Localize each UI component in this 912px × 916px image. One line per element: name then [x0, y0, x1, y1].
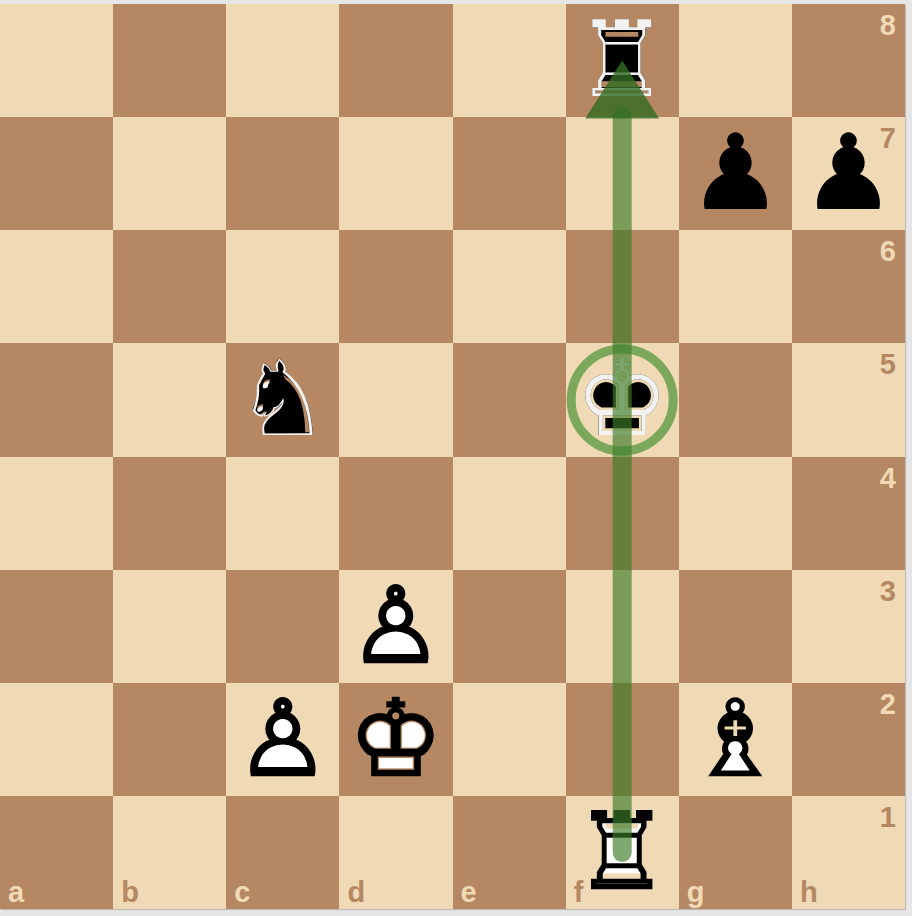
black-pawn-glyph: ♟ — [792, 117, 905, 230]
file-label-b: b — [121, 878, 139, 907]
file-label-g: g — [687, 878, 705, 907]
piece-detail: ♖ — [566, 4, 679, 117]
black-pawn[interactable]: ♟ — [792, 117, 905, 230]
square-c1[interactable]: c — [226, 796, 339, 909]
rank-label-5: 5 — [880, 350, 896, 379]
square-e1[interactable]: e — [453, 796, 566, 909]
square-g4[interactable] — [679, 457, 792, 570]
white-bishop[interactable]: ♝♗ — [679, 683, 792, 796]
board-frame: 8765432abcdefg1h ♜♖♟♟♞♘♚♔♟♙♟♙♚♔♝♗♜♖ — [0, 0, 912, 916]
square-a4[interactable] — [0, 457, 113, 570]
black-knight[interactable]: ♞♘ — [226, 343, 339, 456]
square-h3[interactable]: 3 — [792, 570, 905, 683]
black-pawn-glyph: ♟ — [679, 117, 792, 230]
square-e4[interactable] — [453, 457, 566, 570]
square-a1[interactable]: a — [0, 796, 113, 909]
piece-detail: ♔ — [566, 343, 679, 456]
piece-outline: ♙ — [226, 683, 339, 796]
square-e2[interactable] — [453, 683, 566, 796]
square-a3[interactable] — [0, 570, 113, 683]
square-h5[interactable]: 5 — [792, 343, 905, 456]
square-b6[interactable] — [113, 230, 226, 343]
square-c4[interactable] — [226, 457, 339, 570]
square-c7[interactable] — [226, 117, 339, 230]
rank-label-4: 4 — [880, 464, 896, 493]
file-label-c: c — [234, 878, 250, 907]
square-g6[interactable] — [679, 230, 792, 343]
square-h8[interactable]: 8 — [792, 4, 905, 117]
square-f6[interactable] — [566, 230, 679, 343]
rank-label-3: 3 — [880, 577, 896, 606]
black-pawn[interactable]: ♟ — [679, 117, 792, 230]
square-d5[interactable] — [339, 343, 452, 456]
square-d4[interactable] — [339, 457, 452, 570]
square-e6[interactable] — [453, 230, 566, 343]
piece-outline: ♖ — [566, 796, 679, 909]
square-a2[interactable] — [0, 683, 113, 796]
square-a5[interactable] — [0, 343, 113, 456]
rank-label-8: 8 — [880, 11, 896, 40]
white-rook[interactable]: ♜♖ — [566, 796, 679, 909]
square-b8[interactable] — [113, 4, 226, 117]
piece-outline: ♔ — [339, 683, 452, 796]
square-f2[interactable] — [566, 683, 679, 796]
square-a6[interactable] — [0, 230, 113, 343]
square-a7[interactable] — [0, 117, 113, 230]
square-h4[interactable]: 4 — [792, 457, 905, 570]
file-label-h: h — [800, 878, 818, 907]
square-e7[interactable] — [453, 117, 566, 230]
file-label-e: e — [461, 878, 477, 907]
square-e5[interactable] — [453, 343, 566, 456]
square-e3[interactable] — [453, 570, 566, 683]
square-g1[interactable]: g — [679, 796, 792, 909]
white-king[interactable]: ♚♔ — [339, 683, 452, 796]
square-c3[interactable] — [226, 570, 339, 683]
square-f4[interactable] — [566, 457, 679, 570]
square-h2[interactable]: 2 — [792, 683, 905, 796]
square-b7[interactable] — [113, 117, 226, 230]
square-d7[interactable] — [339, 117, 452, 230]
square-b2[interactable] — [113, 683, 226, 796]
square-d1[interactable]: d — [339, 796, 452, 909]
square-h6[interactable]: 6 — [792, 230, 905, 343]
black-rook[interactable]: ♜♖ — [566, 4, 679, 117]
square-d6[interactable] — [339, 230, 452, 343]
square-d8[interactable] — [339, 4, 452, 117]
square-b3[interactable] — [113, 570, 226, 683]
square-f7[interactable] — [566, 117, 679, 230]
square-b5[interactable] — [113, 343, 226, 456]
square-g5[interactable] — [679, 343, 792, 456]
black-king[interactable]: ♚♔ — [566, 343, 679, 456]
square-c8[interactable] — [226, 4, 339, 117]
file-label-a: a — [8, 878, 24, 907]
square-a8[interactable] — [0, 4, 113, 117]
piece-outline: ♙ — [339, 570, 452, 683]
square-c6[interactable] — [226, 230, 339, 343]
square-h1[interactable]: 1h — [792, 796, 905, 909]
square-b1[interactable]: b — [113, 796, 226, 909]
white-pawn[interactable]: ♟♙ — [339, 570, 452, 683]
rank-label-6: 6 — [880, 237, 896, 266]
piece-detail: ♘ — [226, 343, 339, 456]
rank-label-1: 1 — [880, 803, 896, 832]
square-g3[interactable] — [679, 570, 792, 683]
rank-label-2: 2 — [880, 690, 896, 719]
square-f3[interactable] — [566, 570, 679, 683]
square-g8[interactable] — [679, 4, 792, 117]
file-label-d: d — [347, 878, 365, 907]
square-b4[interactable] — [113, 457, 226, 570]
piece-outline: ♗ — [679, 683, 792, 796]
white-pawn[interactable]: ♟♙ — [226, 683, 339, 796]
square-e8[interactable] — [453, 4, 566, 117]
